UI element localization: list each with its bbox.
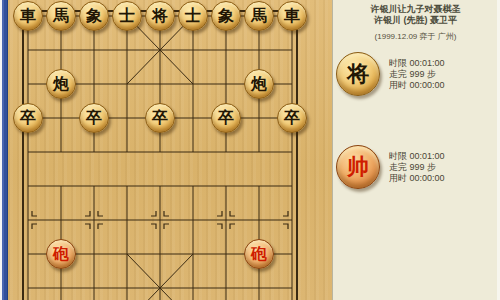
xiangqi-app-window: 車馬象士将士象馬車炮炮卒卒卒卒卒砲砲俥傌帥傌俥 许银川让九子对聂棋圣 许银川 (… xyxy=(0,0,500,300)
black-piece-卒[interactable]: 卒 xyxy=(277,103,307,133)
red-piece-砲[interactable]: 砲 xyxy=(46,239,76,269)
xiangqi-board[interactable]: 車馬象士将士象馬車炮炮卒卒卒卒卒砲砲俥傌帥傌俥 xyxy=(8,0,332,300)
black-piece-士[interactable]: 士 xyxy=(112,1,142,31)
black-piece-炮[interactable]: 炮 xyxy=(244,69,274,99)
clock-row: 走完 999 步 xyxy=(389,69,445,80)
game-header: 许银川让九子对聂棋圣 许银川 (先胜) 聂卫平 (1999.12.09 弈于 广… xyxy=(333,4,498,42)
clock-row: 用时 00:00:00 xyxy=(389,80,445,91)
red-piece-砲[interactable]: 砲 xyxy=(244,239,274,269)
window-left-border xyxy=(0,0,8,300)
result-line: 许银川 (先胜) 聂卫平 xyxy=(333,15,498,26)
black-piece-馬[interactable]: 馬 xyxy=(244,1,274,31)
black-piece-車[interactable]: 車 xyxy=(277,1,307,31)
info-panel: 许银川让九子对聂棋圣 许银川 (先胜) 聂卫平 (1999.12.09 弈于 广… xyxy=(332,0,500,300)
black-piece-卒[interactable]: 卒 xyxy=(79,103,109,133)
date-place-line: (1999.12.09 弈于 广州) xyxy=(333,31,498,42)
black-general-icon: 将 xyxy=(336,52,380,96)
red-general-icon: 帅 xyxy=(336,145,380,189)
black-piece-卒[interactable]: 卒 xyxy=(211,103,241,133)
clock-row: 走完 999 步 xyxy=(389,162,445,173)
red-player-clock: 帅 时限 00:01:00走完 999 步用时 00:00:00 xyxy=(336,145,445,189)
black-piece-馬[interactable]: 馬 xyxy=(46,1,76,31)
black-piece-車[interactable]: 車 xyxy=(13,1,43,31)
red-clock-rows: 时限 00:01:00走完 999 步用时 00:00:00 xyxy=(389,151,445,184)
black-player-clock: 将 时限 00:01:00走完 999 步用时 00:00:00 xyxy=(336,52,445,96)
black-piece-象[interactable]: 象 xyxy=(79,1,109,31)
black-piece-卒[interactable]: 卒 xyxy=(145,103,175,133)
clock-row: 时限 00:01:00 xyxy=(389,58,445,69)
event-title: 许银川让九子对聂棋圣 xyxy=(333,4,498,15)
clock-row: 用时 00:00:00 xyxy=(389,173,445,184)
clock-row: 时限 00:01:00 xyxy=(389,151,445,162)
black-piece-象[interactable]: 象 xyxy=(211,1,241,31)
black-piece-士[interactable]: 士 xyxy=(178,1,208,31)
black-clock-rows: 时限 00:01:00走完 999 步用时 00:00:00 xyxy=(389,58,445,91)
black-piece-炮[interactable]: 炮 xyxy=(46,69,76,99)
black-piece-卒[interactable]: 卒 xyxy=(13,103,43,133)
black-piece-将[interactable]: 将 xyxy=(145,1,175,31)
